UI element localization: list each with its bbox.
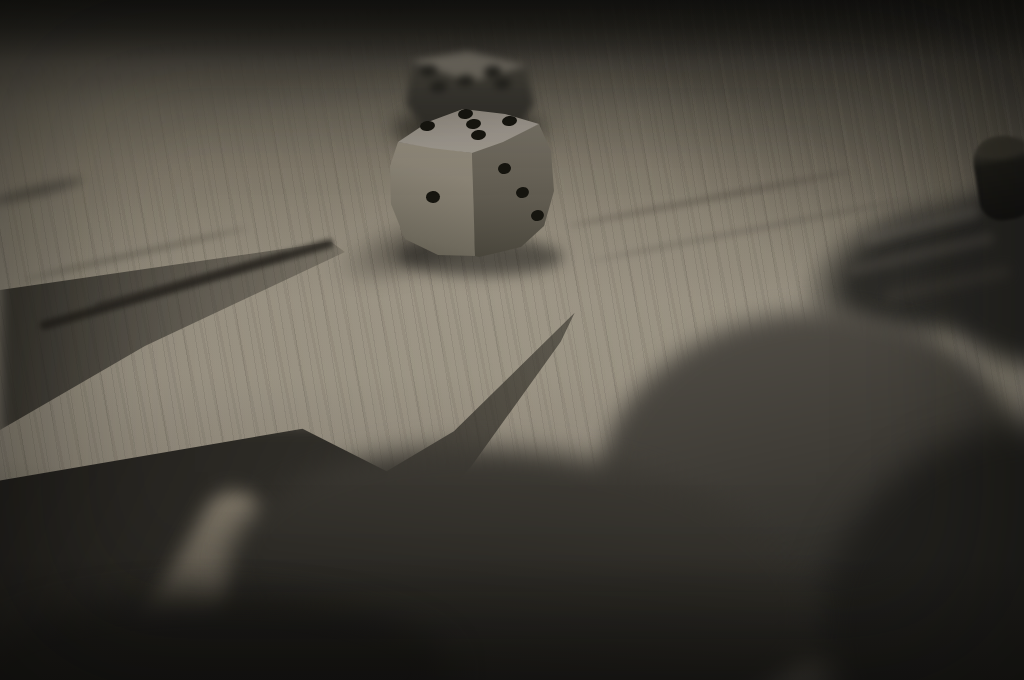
backgammon-table-photo — [0, 0, 1024, 680]
vignette-overlay — [0, 0, 1024, 680]
